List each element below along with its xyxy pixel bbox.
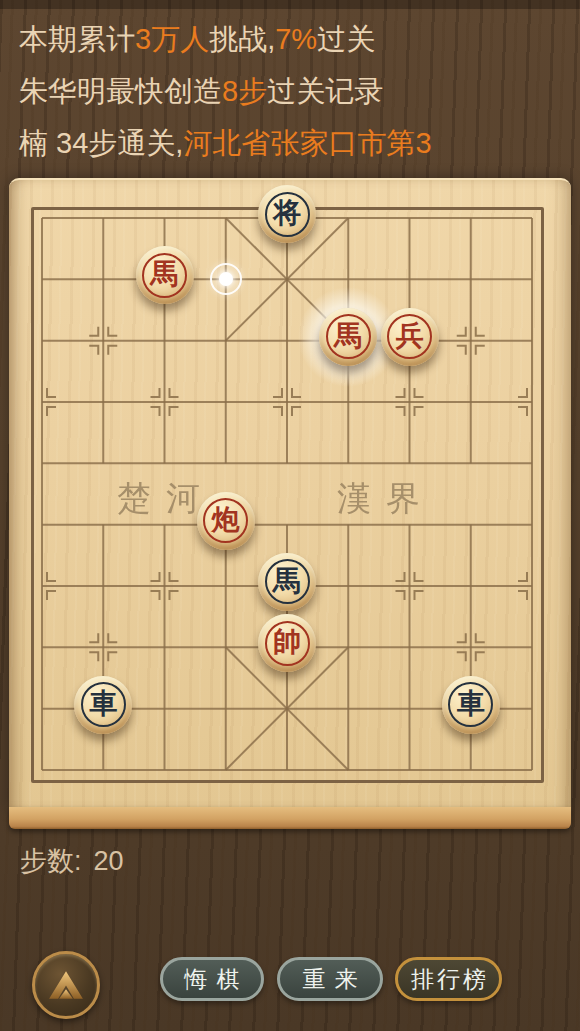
leaderboard-button[interactable]: 排行榜	[395, 957, 502, 1001]
move-counter-label: 步数:	[20, 846, 82, 876]
piece-black-chariot-1[interactable]: 車	[74, 676, 132, 734]
last-move-origin-marker	[210, 263, 242, 295]
piece-ring: 馬	[265, 559, 310, 604]
header-text: 过关	[317, 23, 375, 55]
piece-ring: 馬	[326, 314, 371, 359]
piece-glyph: 将	[273, 199, 301, 227]
piece-glyph: 帥	[273, 628, 301, 656]
header-highlight-text: 8步	[222, 75, 267, 107]
piece-black-chariot-2[interactable]: 車	[442, 676, 500, 734]
challenge-info-line: 楠 34步通关,河北省张家口市第3	[19, 117, 432, 169]
mountain-chevron-icon	[47, 969, 85, 1001]
header-text: 挑战,	[209, 23, 275, 55]
piece-glyph: 馬	[151, 260, 179, 288]
board-front-edge	[9, 807, 571, 829]
restart-button[interactable]: 重来	[277, 957, 383, 1001]
move-counter: 步数:20	[20, 843, 124, 879]
challenge-info: 本期累计3万人挑战,7%过关朱华明最快创造8步过关记录楠 34步通关,河北省张家…	[19, 13, 432, 169]
piece-black-general[interactable]: 将	[258, 185, 316, 243]
move-counter-value: 20	[94, 846, 124, 876]
header-highlight-text: 3万人	[135, 23, 209, 55]
piece-red-horse-2[interactable]: 馬	[319, 308, 377, 366]
app-screen: 本期累计3万人挑战,7%过关朱华明最快创造8步过关记录楠 34步通关,河北省张家…	[0, 0, 580, 1031]
piece-red-cannon[interactable]: 炮	[197, 492, 255, 550]
challenge-info-line: 朱华明最快创造8步过关记录	[19, 65, 432, 117]
challenge-info-line: 本期累计3万人挑战,7%过关	[19, 13, 432, 65]
piece-red-general[interactable]: 帥	[258, 614, 316, 672]
piece-ring: 車	[81, 682, 126, 727]
piece-glyph: 兵	[396, 322, 424, 350]
piece-ring: 炮	[203, 498, 248, 543]
header-text: 朱华明最快创造	[19, 75, 222, 107]
piece-ring: 将	[265, 192, 310, 237]
expand-button[interactable]	[32, 951, 100, 1019]
piece-ring: 兵	[387, 314, 432, 359]
river-label-han-jie: 漢界	[337, 476, 435, 522]
header-text: 楠 34步通关,	[19, 127, 183, 159]
header-highlight-text: 河北省张家口市第3	[183, 127, 431, 159]
undo-button[interactable]: 悔棋	[160, 957, 264, 1001]
piece-red-horse-1[interactable]: 馬	[136, 246, 194, 304]
piece-glyph: 車	[457, 690, 485, 718]
piece-glyph: 馬	[334, 322, 362, 350]
piece-ring: 馬	[142, 253, 187, 298]
piece-red-soldier[interactable]: 兵	[381, 308, 439, 366]
piece-glyph: 車	[89, 690, 117, 718]
piece-glyph: 馬	[273, 567, 301, 595]
piece-glyph: 炮	[212, 506, 240, 534]
piece-ring: 車	[448, 682, 493, 727]
piece-black-horse[interactable]: 馬	[258, 553, 316, 611]
piece-ring: 帥	[265, 621, 310, 666]
header-text: 过关记录	[267, 75, 383, 107]
header-text: 本期累计	[19, 23, 135, 55]
header-highlight-text: 7%	[275, 23, 317, 55]
